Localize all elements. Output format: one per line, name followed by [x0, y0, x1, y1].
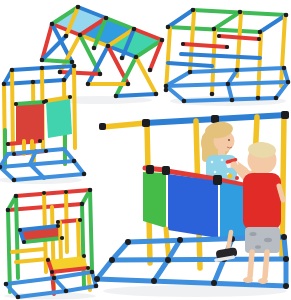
boy-shorts [245, 227, 280, 253]
red-panel [16, 102, 44, 142]
toy-piece-yellow [227, 173, 232, 178]
green-panel [143, 172, 166, 228]
boy-foot [243, 277, 253, 283]
boy-shirt [243, 173, 281, 230]
crawl-table-structure [40, 5, 165, 99]
girl-eye [228, 139, 230, 141]
royal-blue-panel [168, 174, 218, 238]
crawl-table-tubes [42, 7, 162, 96]
boy-leg [250, 252, 252, 277]
product-photo [0, 0, 291, 300]
climbing-cube-structure [164, 8, 291, 104]
toy-piece-red [235, 176, 239, 180]
play-stand-structure [94, 111, 289, 289]
teal-panel [46, 97, 72, 138]
boy-hand [231, 162, 238, 169]
playset-illustration [0, 0, 291, 300]
step-tower-structure [4, 188, 99, 300]
panel-tower-structure [0, 64, 86, 183]
boy-leg [265, 252, 267, 277]
boy-foot [258, 278, 268, 284]
